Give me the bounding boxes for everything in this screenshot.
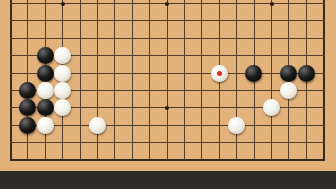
- white-stone: [37, 117, 54, 134]
- white-stone: [263, 99, 280, 116]
- white-stone: [211, 65, 228, 82]
- black-stone: [280, 65, 297, 82]
- white-stone: [280, 82, 297, 99]
- app-screen: [0, 0, 336, 189]
- go-board[interactable]: [0, 0, 336, 171]
- white-stone: [54, 99, 71, 116]
- white-stone: [54, 65, 71, 82]
- white-stone: [54, 47, 71, 64]
- black-stone: [37, 47, 54, 64]
- black-stone: [19, 82, 36, 99]
- white-stone: [228, 117, 245, 134]
- white-stone: [54, 82, 71, 99]
- black-stone: [298, 65, 315, 82]
- bottom-bar: [0, 171, 336, 189]
- black-stone: [37, 65, 54, 82]
- white-stone: [37, 82, 54, 99]
- black-stone: [19, 117, 36, 134]
- black-stone: [245, 65, 262, 82]
- last-move-marker: [217, 71, 222, 76]
- black-stone: [19, 99, 36, 116]
- white-stone: [89, 117, 106, 134]
- board-grid: [2, 0, 332, 169]
- black-stone: [37, 99, 54, 116]
